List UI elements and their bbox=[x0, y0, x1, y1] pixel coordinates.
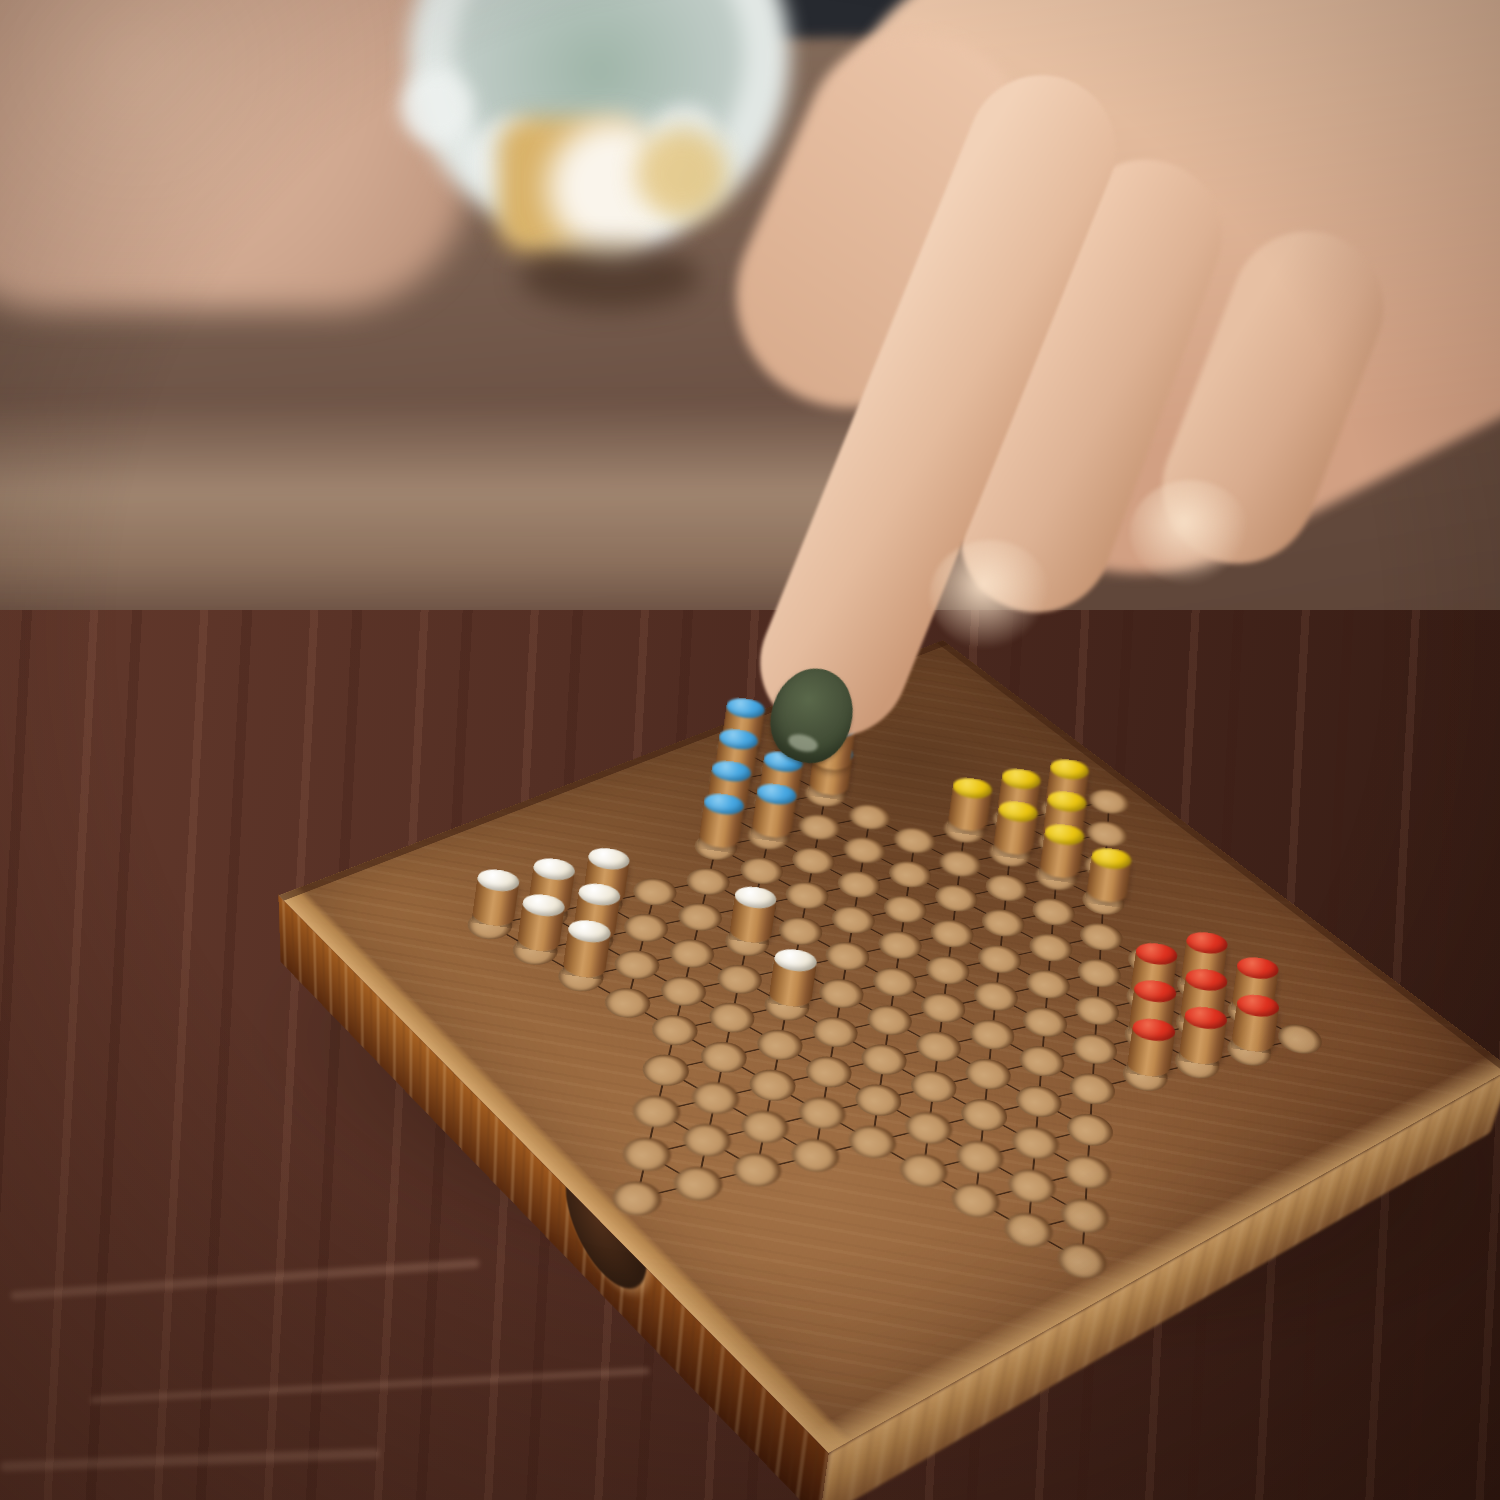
board-hole[interactable] bbox=[929, 918, 975, 951]
lattice-line bbox=[904, 909, 952, 935]
board-hole[interactable] bbox=[847, 1123, 898, 1161]
board-hole[interactable] bbox=[934, 882, 979, 914]
star-wrap bbox=[360, 675, 1342, 1366]
board-hole[interactable] bbox=[955, 1138, 1005, 1176]
board-hole[interactable] bbox=[803, 1054, 853, 1091]
board-hole[interactable] bbox=[1089, 787, 1130, 816]
lattice-line bbox=[894, 970, 948, 983]
board-hole[interactable] bbox=[892, 825, 937, 856]
peg-yellow[interactable] bbox=[947, 776, 993, 833]
lattice-line bbox=[899, 909, 906, 945]
board-hole[interactable] bbox=[876, 928, 923, 961]
fingertip-highlight bbox=[1130, 480, 1250, 585]
peg-blue[interactable] bbox=[750, 782, 797, 840]
board-hole[interactable] bbox=[973, 979, 1019, 1013]
board-hole[interactable] bbox=[909, 1069, 958, 1106]
board-hole[interactable] bbox=[620, 1135, 674, 1174]
board-hole[interactable] bbox=[689, 1080, 741, 1117]
board-hole[interactable] bbox=[898, 1152, 949, 1191]
fingertip-highlight bbox=[930, 540, 1050, 650]
peg-red[interactable] bbox=[1179, 1004, 1229, 1066]
board-hole[interactable] bbox=[684, 866, 732, 898]
board-hole[interactable] bbox=[680, 1121, 733, 1160]
board-hole[interactable] bbox=[914, 1029, 962, 1065]
board-hole[interactable] bbox=[871, 965, 919, 999]
watch-bokeh bbox=[400, 70, 474, 144]
board-hole[interactable] bbox=[746, 1067, 797, 1104]
lattice-line bbox=[828, 1072, 879, 1101]
peg-yellow[interactable] bbox=[992, 799, 1039, 857]
board-hole[interactable] bbox=[1077, 956, 1122, 990]
board-hole[interactable] bbox=[658, 974, 709, 1009]
lattice-line bbox=[992, 1022, 1046, 1035]
lattice-line bbox=[988, 1074, 1040, 1103]
board-hole[interactable] bbox=[968, 1017, 1015, 1052]
board-hole[interactable] bbox=[1086, 819, 1128, 849]
lattice-line bbox=[1051, 936, 1102, 948]
lattice-line bbox=[858, 874, 910, 886]
board-hole[interactable] bbox=[919, 991, 966, 1026]
lattice-line bbox=[828, 1059, 884, 1073]
board-hole[interactable] bbox=[630, 1093, 683, 1131]
board-hole[interactable] bbox=[836, 869, 882, 901]
board-hole[interactable] bbox=[796, 812, 842, 843]
board-hole[interactable] bbox=[810, 1015, 859, 1050]
blurred-forearm bbox=[0, 0, 470, 310]
lattice-line bbox=[1089, 1089, 1093, 1130]
lattice-line bbox=[1048, 984, 1098, 1011]
lattice-line bbox=[869, 817, 915, 841]
board-hole[interactable] bbox=[630, 876, 679, 908]
peg-white[interactable] bbox=[768, 947, 818, 1009]
board-hole[interactable] bbox=[1278, 1022, 1322, 1057]
peg-white[interactable] bbox=[728, 884, 777, 945]
board-hole[interactable] bbox=[938, 848, 982, 879]
board-hole[interactable] bbox=[1003, 1210, 1053, 1250]
lattice-line bbox=[852, 885, 860, 921]
board-hole[interactable] bbox=[790, 845, 836, 876]
board-hole[interactable] bbox=[985, 872, 1029, 904]
lattice-line bbox=[995, 996, 1045, 1023]
board-hole[interactable] bbox=[859, 1041, 908, 1077]
lattice-line bbox=[883, 1059, 934, 1088]
board-hole[interactable] bbox=[1066, 1111, 1113, 1148]
board-hole[interactable] bbox=[1029, 931, 1074, 964]
board-hole[interactable] bbox=[697, 1039, 748, 1075]
peg-white[interactable] bbox=[516, 892, 566, 954]
board-hole[interactable] bbox=[783, 879, 830, 911]
board-hole[interactable] bbox=[754, 1027, 804, 1063]
board-hole[interactable] bbox=[1063, 1153, 1111, 1192]
board-hole[interactable] bbox=[640, 1052, 692, 1089]
board-hole[interactable] bbox=[1057, 1241, 1107, 1282]
board-hole[interactable] bbox=[776, 915, 824, 948]
board-hole[interactable] bbox=[950, 1181, 1000, 1221]
board-hole[interactable] bbox=[789, 1136, 841, 1175]
board-hole[interactable] bbox=[977, 942, 1023, 975]
board-hole[interactable] bbox=[676, 901, 725, 934]
photo-scene bbox=[0, 0, 1500, 1500]
lattice-line bbox=[996, 984, 1049, 997]
board-hole[interactable] bbox=[602, 986, 654, 1021]
peg-yellow[interactable] bbox=[1086, 846, 1133, 905]
board-hole[interactable] bbox=[882, 893, 928, 925]
lattice-line bbox=[819, 826, 865, 850]
lattice-line bbox=[1096, 973, 1100, 1011]
peg-white[interactable] bbox=[471, 867, 520, 928]
watch-shadow bbox=[520, 245, 700, 309]
board-hole[interactable] bbox=[924, 954, 971, 988]
board-hole[interactable] bbox=[670, 1164, 724, 1204]
board-hole[interactable] bbox=[730, 1150, 783, 1189]
peg-blue[interactable] bbox=[698, 791, 745, 850]
board-hole[interactable] bbox=[1018, 1044, 1065, 1080]
peg-yellow[interactable] bbox=[1039, 822, 1086, 880]
peg-red[interactable] bbox=[1126, 1017, 1177, 1080]
board-hole[interactable] bbox=[1011, 1124, 1059, 1162]
board-hole[interactable] bbox=[960, 1096, 1009, 1133]
lattice-line bbox=[858, 884, 905, 909]
peg-white[interactable] bbox=[562, 918, 612, 980]
watch-bracelet-link bbox=[636, 128, 728, 220]
board-hole[interactable] bbox=[904, 1109, 954, 1147]
board-hole[interactable] bbox=[887, 859, 932, 890]
board-hole[interactable] bbox=[621, 911, 671, 944]
board-hole[interactable] bbox=[738, 1108, 790, 1146]
board-hole[interactable] bbox=[1074, 993, 1119, 1027]
lattice-line bbox=[999, 959, 1048, 985]
board-hole[interactable] bbox=[1032, 896, 1076, 928]
board-hole[interactable] bbox=[1079, 920, 1123, 953]
board-hole[interactable] bbox=[1022, 1005, 1068, 1040]
board-hole[interactable] bbox=[706, 1000, 756, 1035]
board-hole[interactable] bbox=[1072, 1031, 1118, 1066]
lattice-line bbox=[1044, 984, 1049, 1022]
board-hole[interactable] bbox=[981, 907, 1026, 939]
board-hole[interactable] bbox=[649, 1012, 701, 1048]
lattice-line bbox=[655, 892, 702, 918]
lattice-line bbox=[637, 953, 693, 966]
peg-red[interactable] bbox=[1230, 993, 1280, 1055]
board-hole[interactable] bbox=[847, 802, 892, 832]
board-hole[interactable] bbox=[796, 1095, 847, 1133]
board-hole[interactable] bbox=[841, 835, 886, 866]
lattice-line bbox=[1092, 1049, 1096, 1089]
board-hole[interactable] bbox=[1015, 1083, 1063, 1120]
board-hole[interactable] bbox=[737, 855, 784, 887]
board-hole[interactable] bbox=[1007, 1167, 1056, 1206]
lattice-line bbox=[683, 953, 693, 991]
